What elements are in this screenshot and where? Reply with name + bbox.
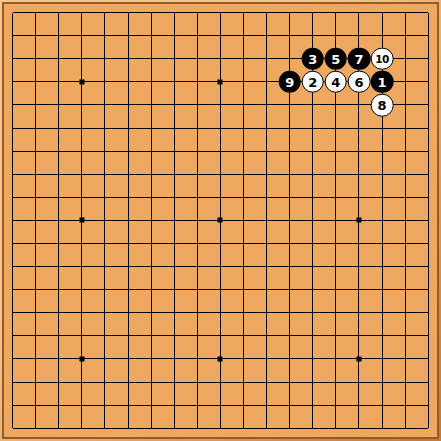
board-intersection[interactable] (70, 116, 93, 139)
board-intersection[interactable] (255, 116, 278, 139)
board-intersection[interactable] (47, 347, 70, 370)
board-intersection[interactable] (324, 324, 347, 347)
board-intersection[interactable] (186, 255, 209, 278)
board-intersection[interactable] (417, 255, 440, 278)
board-intersection[interactable] (24, 324, 47, 347)
board-intersection[interactable]: 9 (278, 70, 301, 93)
board-intersection[interactable] (278, 116, 301, 139)
board-intersection[interactable] (301, 417, 324, 440)
board-intersection[interactable] (232, 347, 255, 370)
board-intersection[interactable] (163, 255, 186, 278)
board-intersection[interactable] (255, 47, 278, 70)
board-intersection[interactable] (140, 116, 163, 139)
board-intersection[interactable]: 3 (301, 47, 324, 70)
board-intersection[interactable] (301, 209, 324, 232)
board-intersection[interactable] (278, 1, 301, 24)
board-intersection[interactable] (278, 255, 301, 278)
board-intersection[interactable] (347, 93, 370, 116)
board-intersection[interactable] (163, 232, 186, 255)
board-intersection[interactable] (70, 278, 93, 301)
board-intersection[interactable] (140, 163, 163, 186)
board-intersection[interactable] (278, 301, 301, 324)
board-intersection[interactable] (1, 140, 24, 163)
board-intersection[interactable] (186, 347, 209, 370)
board-intersection[interactable] (232, 1, 255, 24)
board-intersection[interactable] (24, 186, 47, 209)
board-intersection[interactable] (116, 417, 139, 440)
board-intersection[interactable] (140, 186, 163, 209)
board-intersection[interactable] (186, 417, 209, 440)
board-intersection[interactable] (209, 278, 232, 301)
board-intersection[interactable] (24, 371, 47, 394)
board-intersection[interactable] (116, 186, 139, 209)
board-intersection[interactable] (209, 255, 232, 278)
board-intersection[interactable] (324, 209, 347, 232)
board-intersection[interactable] (70, 93, 93, 116)
board-intersection[interactable] (278, 186, 301, 209)
board-intersection[interactable] (301, 140, 324, 163)
board-intersection[interactable] (394, 70, 417, 93)
board-intersection[interactable] (232, 140, 255, 163)
board-intersection[interactable] (278, 93, 301, 116)
board-intersection[interactable] (255, 70, 278, 93)
board-intersection[interactable] (47, 324, 70, 347)
board-intersection[interactable] (116, 70, 139, 93)
board-intersection[interactable] (186, 324, 209, 347)
board-intersection[interactable] (209, 163, 232, 186)
board-intersection[interactable] (301, 347, 324, 370)
board-intersection[interactable] (186, 394, 209, 417)
board-intersection[interactable] (163, 347, 186, 370)
board-intersection[interactable] (324, 417, 347, 440)
board-intersection[interactable] (347, 24, 370, 47)
board-intersection[interactable] (347, 163, 370, 186)
board-intersection[interactable] (140, 70, 163, 93)
board-intersection[interactable] (347, 186, 370, 209)
board-intersection[interactable] (232, 301, 255, 324)
board-intersection[interactable] (47, 394, 70, 417)
board-intersection[interactable] (417, 93, 440, 116)
board-intersection[interactable] (140, 47, 163, 70)
board-intersection[interactable] (24, 209, 47, 232)
board-intersection[interactable] (93, 371, 116, 394)
board-intersection[interactable] (93, 1, 116, 24)
board-intersection[interactable] (209, 394, 232, 417)
board-intersection[interactable] (371, 301, 394, 324)
board-intersection[interactable] (278, 209, 301, 232)
board-intersection[interactable] (93, 163, 116, 186)
board-intersection[interactable] (278, 417, 301, 440)
board-intersection[interactable] (347, 278, 370, 301)
board-intersection[interactable] (209, 1, 232, 24)
board-intersection[interactable] (255, 232, 278, 255)
board-intersection[interactable] (371, 278, 394, 301)
board-intersection[interactable] (47, 24, 70, 47)
board-intersection[interactable] (70, 163, 93, 186)
board-intersection[interactable] (417, 70, 440, 93)
board-intersection[interactable] (140, 278, 163, 301)
board-intersection[interactable] (347, 1, 370, 24)
board-intersection[interactable] (347, 347, 370, 370)
board-intersection[interactable] (232, 255, 255, 278)
board-intersection[interactable] (417, 140, 440, 163)
board-intersection[interactable] (70, 324, 93, 347)
board-intersection[interactable] (394, 209, 417, 232)
board-intersection[interactable] (324, 93, 347, 116)
board-intersection[interactable] (255, 324, 278, 347)
board-intersection[interactable] (417, 278, 440, 301)
board-intersection[interactable] (417, 1, 440, 24)
board-intersection[interactable] (278, 140, 301, 163)
board-intersection[interactable] (1, 324, 24, 347)
board-intersection[interactable] (232, 186, 255, 209)
board-intersection[interactable] (278, 371, 301, 394)
board-intersection[interactable] (394, 163, 417, 186)
board-intersection[interactable] (417, 371, 440, 394)
board-intersection[interactable] (47, 209, 70, 232)
board-intersection[interactable] (301, 394, 324, 417)
board-intersection[interactable] (47, 47, 70, 70)
board-intersection[interactable] (186, 209, 209, 232)
board-intersection[interactable] (371, 255, 394, 278)
board-intersection[interactable] (1, 255, 24, 278)
board-intersection[interactable] (371, 232, 394, 255)
board-intersection[interactable] (24, 24, 47, 47)
board-intersection[interactable] (116, 347, 139, 370)
board-intersection[interactable] (70, 255, 93, 278)
board-intersection[interactable] (394, 24, 417, 47)
board-intersection[interactable] (301, 232, 324, 255)
board-intersection[interactable] (417, 347, 440, 370)
board-intersection[interactable] (209, 301, 232, 324)
board-intersection[interactable] (47, 301, 70, 324)
board-intersection[interactable] (417, 186, 440, 209)
board-intersection[interactable] (324, 163, 347, 186)
board-intersection[interactable] (255, 186, 278, 209)
board-intersection[interactable] (255, 93, 278, 116)
board-intersection[interactable] (417, 394, 440, 417)
board-intersection[interactable] (186, 140, 209, 163)
board-intersection[interactable] (116, 324, 139, 347)
board-intersection[interactable] (163, 116, 186, 139)
board-intersection[interactable] (163, 1, 186, 24)
board-intersection[interactable] (116, 255, 139, 278)
board-intersection[interactable] (347, 417, 370, 440)
board-intersection[interactable] (324, 232, 347, 255)
board-intersection[interactable] (163, 371, 186, 394)
board-intersection[interactable] (47, 93, 70, 116)
board-intersection[interactable] (1, 163, 24, 186)
board-intersection[interactable] (163, 93, 186, 116)
board-intersection[interactable] (324, 1, 347, 24)
board-intersection[interactable] (24, 347, 47, 370)
board-intersection[interactable] (417, 324, 440, 347)
board-intersection[interactable] (371, 140, 394, 163)
board-intersection[interactable] (324, 278, 347, 301)
board-intersection[interactable] (278, 232, 301, 255)
board-intersection[interactable] (93, 93, 116, 116)
board-intersection[interactable] (186, 301, 209, 324)
board-intersection[interactable] (255, 417, 278, 440)
board-intersection[interactable] (324, 140, 347, 163)
board-intersection[interactable] (70, 347, 93, 370)
board-intersection[interactable] (324, 394, 347, 417)
board-intersection[interactable] (232, 70, 255, 93)
board-intersection[interactable] (394, 347, 417, 370)
board-intersection[interactable] (186, 371, 209, 394)
board-intersection[interactable] (301, 278, 324, 301)
board-intersection[interactable] (232, 232, 255, 255)
board-intersection[interactable] (347, 255, 370, 278)
board-intersection[interactable] (417, 24, 440, 47)
board-intersection[interactable] (232, 93, 255, 116)
board-intersection[interactable] (301, 186, 324, 209)
board-intersection[interactable] (1, 24, 24, 47)
board-intersection[interactable] (47, 140, 70, 163)
board-intersection[interactable] (186, 186, 209, 209)
board-intersection[interactable] (140, 371, 163, 394)
board-intersection[interactable] (324, 371, 347, 394)
board-intersection[interactable] (1, 347, 24, 370)
board-intersection[interactable] (47, 70, 70, 93)
board-intersection[interactable] (394, 417, 417, 440)
board-intersection[interactable] (394, 140, 417, 163)
board-intersection[interactable] (417, 163, 440, 186)
board-intersection[interactable] (93, 70, 116, 93)
board-intersection[interactable] (209, 47, 232, 70)
board-intersection[interactable] (324, 347, 347, 370)
board-intersection[interactable] (140, 24, 163, 47)
board-intersection[interactable] (278, 24, 301, 47)
board-intersection[interactable] (1, 209, 24, 232)
board-intersection[interactable] (394, 278, 417, 301)
board-intersection[interactable] (70, 209, 93, 232)
board-intersection[interactable] (347, 394, 370, 417)
board-intersection[interactable] (278, 394, 301, 417)
board-intersection[interactable] (70, 1, 93, 24)
board-intersection[interactable] (1, 371, 24, 394)
board-intersection[interactable] (278, 47, 301, 70)
board-intersection[interactable] (324, 24, 347, 47)
board-intersection[interactable] (163, 278, 186, 301)
board-intersection[interactable] (1, 232, 24, 255)
board-intersection[interactable] (394, 116, 417, 139)
board-intersection[interactable]: 6 (347, 70, 370, 93)
board-intersection[interactable] (93, 255, 116, 278)
board-intersection[interactable] (186, 163, 209, 186)
board-intersection[interactable] (47, 255, 70, 278)
board-intersection[interactable] (417, 47, 440, 70)
board-intersection[interactable] (347, 324, 370, 347)
board-intersection[interactable] (209, 324, 232, 347)
board-intersection[interactable] (394, 47, 417, 70)
board-intersection[interactable] (47, 417, 70, 440)
board-intersection[interactable] (232, 324, 255, 347)
board-intersection[interactable] (93, 301, 116, 324)
board-intersection[interactable] (70, 417, 93, 440)
board-intersection[interactable] (324, 301, 347, 324)
board-intersection[interactable] (371, 324, 394, 347)
board-intersection[interactable] (394, 301, 417, 324)
board-intersection[interactable] (209, 186, 232, 209)
board-intersection[interactable] (116, 371, 139, 394)
board-intersection[interactable] (93, 116, 116, 139)
board-intersection[interactable] (116, 140, 139, 163)
board-intersection[interactable] (140, 347, 163, 370)
board-intersection[interactable] (24, 232, 47, 255)
board-intersection[interactable] (255, 255, 278, 278)
board-intersection[interactable] (1, 116, 24, 139)
board-intersection[interactable] (24, 116, 47, 139)
board-intersection[interactable]: 5 (324, 47, 347, 70)
board-intersection[interactable] (371, 186, 394, 209)
board-intersection[interactable] (163, 70, 186, 93)
board-intersection[interactable] (186, 24, 209, 47)
board-intersection[interactable] (47, 1, 70, 24)
board-intersection[interactable] (70, 301, 93, 324)
board-intersection[interactable] (371, 417, 394, 440)
board-intersection[interactable] (417, 417, 440, 440)
board-intersection[interactable] (371, 116, 394, 139)
board-intersection[interactable] (417, 209, 440, 232)
board-intersection[interactable] (394, 371, 417, 394)
board-intersection[interactable] (24, 278, 47, 301)
board-intersection[interactable] (1, 70, 24, 93)
board-intersection[interactable] (301, 24, 324, 47)
board-intersection[interactable] (163, 394, 186, 417)
board-intersection[interactable] (140, 417, 163, 440)
board-intersection[interactable]: 10 (371, 47, 394, 70)
board-intersection[interactable] (47, 186, 70, 209)
board-intersection[interactable] (140, 394, 163, 417)
board-intersection[interactable] (278, 324, 301, 347)
board-intersection[interactable] (93, 324, 116, 347)
board-intersection[interactable] (347, 232, 370, 255)
board-intersection[interactable] (70, 47, 93, 70)
board-intersection[interactable] (232, 278, 255, 301)
board-intersection[interactable] (232, 394, 255, 417)
board-intersection[interactable] (70, 394, 93, 417)
board-intersection[interactable] (209, 347, 232, 370)
board-intersection[interactable] (394, 93, 417, 116)
board-intersection[interactable] (209, 209, 232, 232)
board-intersection[interactable] (93, 278, 116, 301)
board-intersection[interactable] (301, 301, 324, 324)
board-intersection[interactable]: 2 (301, 70, 324, 93)
board-intersection[interactable] (255, 209, 278, 232)
board-intersection[interactable] (116, 278, 139, 301)
board-intersection[interactable] (1, 301, 24, 324)
board-intersection[interactable] (255, 371, 278, 394)
board-intersection[interactable] (70, 70, 93, 93)
board-intersection[interactable] (255, 1, 278, 24)
board-intersection[interactable] (47, 278, 70, 301)
board-intersection[interactable] (186, 278, 209, 301)
board-intersection[interactable] (93, 24, 116, 47)
board-intersection[interactable] (371, 24, 394, 47)
board-intersection[interactable] (209, 93, 232, 116)
board-intersection[interactable] (347, 209, 370, 232)
board-intersection[interactable] (163, 209, 186, 232)
board-intersection[interactable] (1, 394, 24, 417)
board-intersection[interactable] (255, 24, 278, 47)
board-intersection[interactable] (301, 116, 324, 139)
board-intersection[interactable] (116, 163, 139, 186)
board-intersection[interactable] (47, 163, 70, 186)
board-intersection[interactable] (186, 116, 209, 139)
board-intersection[interactable]: 4 (324, 70, 347, 93)
board-intersection[interactable] (163, 186, 186, 209)
board-intersection[interactable]: 7 (347, 47, 370, 70)
board-intersection[interactable] (24, 394, 47, 417)
board-intersection[interactable] (417, 116, 440, 139)
board-intersection[interactable] (116, 1, 139, 24)
board-intersection[interactable] (209, 70, 232, 93)
board-intersection[interactable] (70, 140, 93, 163)
board-intersection[interactable] (324, 255, 347, 278)
board-intersection[interactable] (186, 70, 209, 93)
board-intersection[interactable] (116, 47, 139, 70)
board-intersection[interactable] (93, 232, 116, 255)
board-intersection[interactable] (186, 232, 209, 255)
board-intersection[interactable] (70, 371, 93, 394)
board-intersection[interactable] (1, 417, 24, 440)
board-intersection[interactable] (371, 209, 394, 232)
board-intersection[interactable] (1, 47, 24, 70)
board-intersection[interactable] (140, 255, 163, 278)
board-intersection[interactable] (324, 186, 347, 209)
board-intersection[interactable] (324, 116, 347, 139)
board-intersection[interactable] (163, 324, 186, 347)
board-intersection[interactable] (93, 347, 116, 370)
board-intersection[interactable] (163, 163, 186, 186)
board-intersection[interactable] (93, 140, 116, 163)
board-intersection[interactable] (347, 116, 370, 139)
board-intersection[interactable] (232, 116, 255, 139)
board-intersection[interactable] (116, 116, 139, 139)
board-intersection[interactable] (93, 186, 116, 209)
board-intersection[interactable] (255, 301, 278, 324)
board-intersection[interactable] (93, 47, 116, 70)
board-intersection[interactable] (301, 371, 324, 394)
board-intersection[interactable] (163, 417, 186, 440)
board-intersection[interactable] (116, 93, 139, 116)
board-intersection[interactable] (278, 278, 301, 301)
board-intersection[interactable] (163, 24, 186, 47)
board-intersection[interactable] (47, 371, 70, 394)
board-intersection[interactable] (93, 417, 116, 440)
board-intersection[interactable] (278, 347, 301, 370)
board-intersection[interactable] (24, 417, 47, 440)
board-intersection[interactable] (394, 324, 417, 347)
board-intersection[interactable] (140, 324, 163, 347)
board-intersection[interactable] (140, 93, 163, 116)
board-intersection[interactable] (116, 24, 139, 47)
board-intersection[interactable] (394, 394, 417, 417)
board-intersection[interactable] (394, 232, 417, 255)
board-intersection[interactable] (70, 186, 93, 209)
board-intersection[interactable] (116, 232, 139, 255)
board-intersection[interactable] (24, 47, 47, 70)
board-intersection[interactable] (24, 255, 47, 278)
board-intersection[interactable] (140, 209, 163, 232)
board-intersection[interactable] (140, 232, 163, 255)
board-intersection[interactable] (371, 347, 394, 370)
board-intersection[interactable] (186, 93, 209, 116)
board-intersection[interactable] (371, 394, 394, 417)
board-intersection[interactable] (93, 209, 116, 232)
board-intersection[interactable] (24, 301, 47, 324)
